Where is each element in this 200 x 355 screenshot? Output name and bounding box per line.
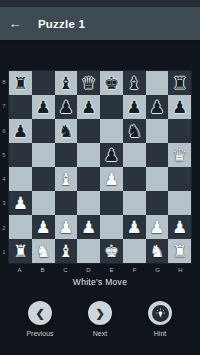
square-d2[interactable]: ♟ [77, 215, 100, 239]
rank-label-5: 5 [0, 143, 8, 167]
page-title: Puzzle 1 [38, 18, 85, 30]
square-c2[interactable]: ♟ [55, 215, 78, 239]
white-king-piece: ♚ [104, 243, 119, 260]
square-e1[interactable]: ♚ [100, 239, 123, 263]
hint-label: Hint [154, 330, 166, 337]
square-f1[interactable] [123, 239, 146, 263]
rank-label-2: 2 [0, 216, 8, 240]
black-pawn-piece: ♟ [58, 99, 73, 116]
white-pawn-piece: ♟ [104, 171, 119, 188]
hint-circle[interactable] [148, 301, 172, 325]
square-b7[interactable]: ♟ [32, 95, 55, 119]
black-king-piece: ♚ [104, 75, 119, 92]
square-e8[interactable]: ♚ [100, 71, 123, 95]
previous-label: Previous [26, 330, 53, 337]
back-button[interactable]: ← [0, 7, 30, 40]
square-d8[interactable]: ♛ [77, 71, 100, 95]
next-circle[interactable]: ❯ [88, 301, 112, 325]
square-h8[interactable]: ♜ [168, 71, 191, 95]
file-label-e: E [100, 265, 123, 274]
square-e2[interactable] [100, 215, 123, 239]
square-g3[interactable] [146, 191, 169, 215]
square-b6[interactable] [32, 119, 55, 143]
next-button[interactable]: ❯ Next [72, 301, 128, 337]
black-bishop-piece: ♝ [58, 75, 73, 92]
square-d3[interactable] [77, 191, 100, 215]
black-queen-piece: ♛ [81, 75, 96, 92]
square-g5[interactable] [146, 143, 169, 167]
rank-label-7: 7 [0, 94, 8, 118]
file-label-f: F [123, 265, 146, 274]
back-arrow-icon: ← [9, 16, 22, 31]
square-d1[interactable] [77, 239, 100, 263]
square-a7[interactable] [9, 95, 32, 119]
square-a5[interactable] [9, 143, 32, 167]
file-label-g: G [146, 265, 169, 274]
white-rook-piece: ♜ [172, 243, 187, 260]
file-label-a: A [8, 265, 31, 274]
rank-labels: 87654321 [0, 70, 8, 264]
black-knight-piece: ♞ [127, 123, 142, 140]
square-f6[interactable]: ♞ [123, 119, 146, 143]
black-knight-piece: ♞ [58, 123, 73, 140]
white-knight-piece: ♞ [36, 243, 51, 260]
white-pawn-piece: ♟ [36, 219, 51, 236]
file-labels: ABCDEFGH [8, 265, 192, 274]
square-c8[interactable]: ♝ [55, 71, 78, 95]
square-b5[interactable] [32, 143, 55, 167]
square-c5[interactable] [55, 143, 78, 167]
square-h3[interactable] [168, 191, 191, 215]
square-d4[interactable] [77, 167, 100, 191]
white-pawn-piece: ♟ [81, 219, 96, 236]
square-h6[interactable] [168, 119, 191, 143]
square-g7[interactable]: ♟ [146, 95, 169, 119]
black-rook-piece: ♜ [172, 75, 187, 92]
square-h5[interactable]: ♛ [168, 143, 191, 167]
file-label-h: H [169, 265, 192, 274]
white-pawn-piece: ♟ [127, 219, 142, 236]
square-f7[interactable]: ♟ [123, 95, 146, 119]
square-e5[interactable]: ♟ [100, 143, 123, 167]
rank-label-3: 3 [0, 191, 8, 215]
black-bishop-piece: ♝ [127, 75, 142, 92]
file-label-d: D [77, 265, 100, 274]
rank-label-4: 4 [0, 167, 8, 191]
hint-button[interactable]: Hint [132, 301, 188, 337]
white-pawn-piece: ♟ [13, 195, 28, 212]
square-c6[interactable]: ♞ [55, 119, 78, 143]
square-e6[interactable] [100, 119, 123, 143]
side-to-move-label: White's Move [0, 277, 200, 287]
white-bishop-piece: ♝ [58, 243, 73, 260]
white-pawn-piece: ♟ [58, 219, 73, 236]
square-a1[interactable]: ♜ [9, 239, 32, 263]
square-a6[interactable]: ♟ [9, 119, 32, 143]
square-e4[interactable]: ♟ [100, 167, 123, 191]
square-d7[interactable]: ♟ [77, 95, 100, 119]
status-bar [0, 0, 200, 7]
puzzle-controls: ❮ Previous ❯ Next [12, 301, 188, 337]
lightbulb-icon [152, 305, 169, 322]
square-e3[interactable] [100, 191, 123, 215]
square-g4[interactable] [146, 167, 169, 191]
white-queen-piece: ♛ [172, 147, 187, 164]
black-rook-piece: ♜ [13, 75, 28, 92]
rank-label-6: 6 [0, 119, 8, 143]
square-f8[interactable]: ♝ [123, 71, 146, 95]
square-c3[interactable] [55, 191, 78, 215]
chess-board: ♜♝♛♚♝♜♟♟♟♟♟♟♟♞♞♟♛♝♟♟♟♟♟♟♟♟♜♞♝♚♞♜ [8, 70, 192, 264]
rank-label-1: 1 [0, 240, 8, 264]
white-rook-piece: ♜ [13, 243, 28, 260]
square-a8[interactable]: ♜ [9, 71, 32, 95]
square-a2[interactable] [9, 215, 32, 239]
square-h2[interactable]: ♟ [168, 215, 191, 239]
square-d5[interactable] [77, 143, 100, 167]
square-f2[interactable]: ♟ [123, 215, 146, 239]
chevron-left-icon: ❮ [35, 308, 44, 319]
previous-circle[interactable]: ❮ [28, 301, 52, 325]
square-b2[interactable]: ♟ [32, 215, 55, 239]
square-b4[interactable] [32, 167, 55, 191]
chevron-right-icon: ❯ [95, 308, 104, 319]
black-pawn-piece: ♟ [104, 147, 119, 164]
file-label-b: B [31, 265, 54, 274]
square-c4[interactable]: ♝ [55, 167, 78, 191]
square-b3[interactable] [32, 191, 55, 215]
square-g6[interactable] [146, 119, 169, 143]
square-f5[interactable] [123, 143, 146, 167]
square-b1[interactable]: ♞ [32, 239, 55, 263]
square-g2[interactable]: ♟ [146, 215, 169, 239]
next-label: Next [93, 330, 107, 337]
square-a3[interactable]: ♟ [9, 191, 32, 215]
square-g1[interactable]: ♞ [146, 239, 169, 263]
white-pawn-piece: ♟ [172, 219, 187, 236]
square-g8[interactable] [146, 71, 169, 95]
previous-button[interactable]: ❮ Previous [12, 301, 68, 337]
rank-label-8: 8 [0, 70, 8, 94]
square-f4[interactable] [123, 167, 146, 191]
square-h7[interactable]: ♟ [168, 95, 191, 119]
black-pawn-piece: ♟ [127, 99, 142, 116]
white-knight-piece: ♞ [149, 243, 164, 260]
black-pawn-piece: ♟ [13, 123, 28, 140]
square-h4[interactable] [168, 167, 191, 191]
square-e7[interactable] [100, 95, 123, 119]
black-pawn-piece: ♟ [81, 99, 96, 116]
black-pawn-piece: ♟ [149, 99, 164, 116]
black-pawn-piece: ♟ [36, 99, 51, 116]
square-a4[interactable] [9, 167, 32, 191]
file-label-c: C [54, 265, 77, 274]
white-pawn-piece: ♟ [149, 219, 164, 236]
square-c1[interactable]: ♝ [55, 239, 78, 263]
square-b8[interactable] [32, 71, 55, 95]
app-bar: ← Puzzle 1 [0, 7, 200, 40]
white-bishop-piece: ♝ [58, 171, 73, 188]
black-pawn-piece: ♟ [172, 99, 187, 116]
square-h1[interactable]: ♜ [168, 239, 191, 263]
square-d6[interactable] [77, 119, 100, 143]
square-f3[interactable] [123, 191, 146, 215]
square-c7[interactable]: ♟ [55, 95, 78, 119]
